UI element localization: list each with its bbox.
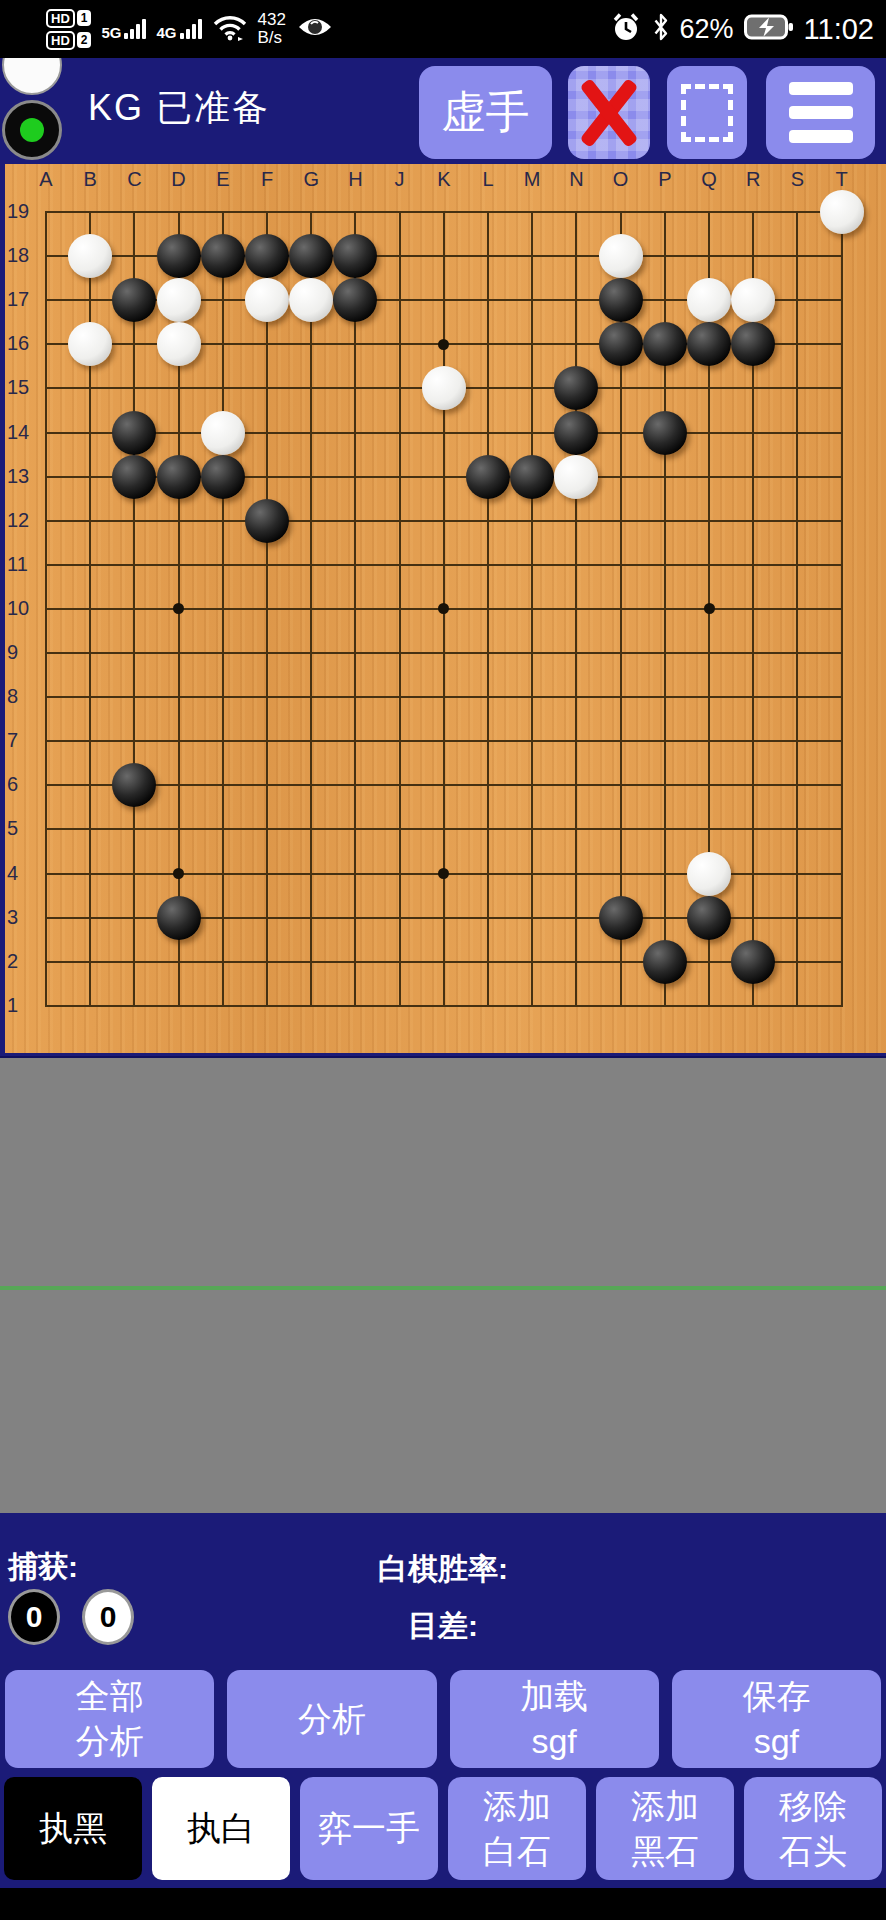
stone-black-N15[interactable] <box>554 366 598 410</box>
stone-white-D17[interactable] <box>157 278 201 322</box>
control-row-1: 全部分析分析加载sgf保存sgf <box>0 1670 886 1768</box>
row-label: 9 <box>7 641 39 664</box>
stone-white-N13[interactable] <box>554 455 598 499</box>
row-label: 18 <box>7 244 39 267</box>
row-label: 11 <box>7 553 39 576</box>
grid-line <box>45 740 843 742</box>
grid-line <box>45 961 843 963</box>
add-black-stone-button-label: 添加 <box>631 1784 699 1829</box>
stone-black-D3[interactable] <box>157 896 201 940</box>
grid-line <box>45 696 843 698</box>
column-label: M <box>517 168 547 191</box>
stone-white-G17[interactable] <box>289 278 333 322</box>
column-label: A <box>31 168 61 191</box>
star-point <box>173 868 184 879</box>
grid-line <box>45 784 843 786</box>
star-point <box>438 868 449 879</box>
hamburger-icon <box>789 106 853 119</box>
grid-line <box>45 1005 843 1007</box>
stone-black-C17[interactable] <box>112 278 156 322</box>
signal-4g: 4G <box>156 19 201 39</box>
column-label: J <box>385 168 415 191</box>
eye-icon <box>296 14 334 44</box>
column-label: C <box>119 168 149 191</box>
stone-white-O18[interactable] <box>599 234 643 278</box>
row-label: 4 <box>7 862 39 885</box>
selection-button[interactable] <box>667 66 747 159</box>
stone-black-M13[interactable] <box>510 455 554 499</box>
add-black-stone-button-label: 黑石 <box>631 1829 699 1874</box>
save-sgf-button-label: 保存 <box>742 1674 810 1719</box>
clear-board-button[interactable] <box>568 66 650 159</box>
menu-button[interactable] <box>766 66 875 159</box>
grid-line <box>45 564 843 566</box>
row-label: 17 <box>7 288 39 311</box>
column-label: R <box>738 168 768 191</box>
row-label: 6 <box>7 773 39 796</box>
column-label: L <box>473 168 503 191</box>
play-black-button-label: 执黑 <box>39 1806 107 1851</box>
column-label: D <box>164 168 194 191</box>
row-label: 15 <box>7 376 39 399</box>
analyze-button-label: 分析 <box>298 1697 366 1742</box>
signal-5g: 5G <box>101 19 146 39</box>
analysis-graph-panel <box>0 1056 886 1513</box>
row-label: 16 <box>7 332 39 355</box>
signal-bars-icon <box>124 19 146 39</box>
bluetooth-icon <box>652 12 670 46</box>
save-sgf-button-label: sgf <box>754 1719 799 1764</box>
row-label: 2 <box>7 950 39 973</box>
column-label: N <box>561 168 591 191</box>
alarm-icon <box>610 11 642 47</box>
sim2-badge: HD 2 <box>46 31 91 50</box>
stone-black-F12[interactable] <box>245 499 289 543</box>
load-sgf-button[interactable]: 加载sgf <box>450 1670 659 1768</box>
stone-black-N14[interactable] <box>554 411 598 455</box>
row-label: 10 <box>7 597 39 620</box>
remove-stone-button-label: 石头 <box>779 1829 847 1874</box>
grid-line <box>45 520 843 522</box>
status-bar: HD 1 HD 2 5G 4G <box>0 0 886 58</box>
play-one-move-button[interactable]: 弈一手 <box>300 1777 438 1880</box>
stone-black-D13[interactable] <box>157 455 201 499</box>
winrate-graph-baseline <box>0 1286 886 1290</box>
stone-black-P14[interactable] <box>643 411 687 455</box>
engine-status-title: KG 已准备 <box>88 84 270 133</box>
app-header: KG 已准备 虚手 <box>0 58 886 164</box>
row-label: 5 <box>7 817 39 840</box>
status-left-group: HD 1 HD 2 5G 4G <box>46 9 334 50</box>
star-point <box>438 339 449 350</box>
save-sgf-button[interactable]: 保存sgf <box>672 1670 881 1768</box>
stone-white-F17[interactable] <box>245 278 289 322</box>
row-label: 12 <box>7 509 39 532</box>
grid-line <box>45 652 843 654</box>
analyze-button[interactable]: 分析 <box>227 1670 436 1768</box>
stone-black-R2[interactable] <box>731 940 775 984</box>
stone-black-Q3[interactable] <box>687 896 731 940</box>
network-speed: 432 B/s <box>258 11 286 47</box>
row-label: 1 <box>7 994 39 1017</box>
add-white-stone-button-label: 白石 <box>483 1829 551 1874</box>
stone-black-O17[interactable] <box>599 278 643 322</box>
analyze-all-button[interactable]: 全部分析 <box>5 1670 214 1768</box>
stone-black-O16[interactable] <box>599 322 643 366</box>
board-left-edge <box>0 164 5 1053</box>
stone-black-P16[interactable] <box>643 322 687 366</box>
grid-line <box>45 211 843 213</box>
stone-black-G18[interactable] <box>289 234 333 278</box>
status-right-group: 62% 11:02 <box>610 11 874 47</box>
stone-white-D16[interactable] <box>157 322 201 366</box>
stone-white-T19[interactable] <box>820 190 864 234</box>
play-white-button[interactable]: 执白 <box>152 1777 290 1880</box>
sim1-badge: HD 1 <box>46 9 91 28</box>
hd1-icon: HD <box>46 9 75 28</box>
selection-dashed-icon <box>681 84 733 142</box>
column-label: S <box>782 168 812 191</box>
pass-button[interactable]: 虚手 <box>419 66 552 159</box>
battery-percent: 62% <box>680 14 734 45</box>
stone-black-C14[interactable] <box>112 411 156 455</box>
stone-black-E13[interactable] <box>201 455 245 499</box>
column-label: O <box>606 168 636 191</box>
navigation-bar-area <box>0 1888 886 1920</box>
stone-black-C13[interactable] <box>112 455 156 499</box>
grid-line <box>45 432 843 434</box>
wifi-icon <box>212 13 248 45</box>
add-white-stone-button[interactable]: 添加白石 <box>448 1777 586 1880</box>
stone-white-K15[interactable] <box>422 366 466 410</box>
active-turn-dot <box>20 118 44 142</box>
grid-line <box>45 828 843 830</box>
stone-black-H18[interactable] <box>333 234 377 278</box>
sim-badges: HD 1 HD 2 <box>46 9 91 50</box>
stone-white-R17[interactable] <box>731 278 775 322</box>
column-label: E <box>208 168 238 191</box>
stone-black-D18[interactable] <box>157 234 201 278</box>
column-label: G <box>296 168 326 191</box>
row-label: 19 <box>7 200 39 223</box>
stone-black-F18[interactable] <box>245 234 289 278</box>
stone-black-R16[interactable] <box>731 322 775 366</box>
row-label: 3 <box>7 906 39 929</box>
play-black-button[interactable]: 执黑 <box>4 1777 142 1880</box>
play-one-move-button-label: 弈一手 <box>318 1806 420 1851</box>
stone-black-E18[interactable] <box>201 234 245 278</box>
white-winrate-label: 白棋胜率: <box>0 1549 886 1590</box>
column-label: Q <box>694 168 724 191</box>
stone-black-L13[interactable] <box>466 455 510 499</box>
hamburger-icon <box>789 82 853 95</box>
clock-time: 11:02 <box>804 13 874 46</box>
column-label: H <box>340 168 370 191</box>
black-turn-indicator <box>2 100 62 160</box>
stone-black-O3[interactable] <box>599 896 643 940</box>
analyze-all-button-label: 全部 <box>76 1674 144 1719</box>
hamburger-icon <box>789 130 853 143</box>
add-black-stone-button[interactable]: 添加黑石 <box>596 1777 734 1880</box>
star-point <box>438 603 449 614</box>
row-label: 13 <box>7 465 39 488</box>
hd2-icon: HD <box>46 31 75 50</box>
stone-white-E14[interactable] <box>201 411 245 455</box>
go-board[interactable]: ABCDEFGHJKLMNOPQRST191817161514131211109… <box>0 164 886 1053</box>
stone-black-P2[interactable] <box>643 940 687 984</box>
column-label: F <box>252 168 282 191</box>
stone-white-Q17[interactable] <box>687 278 731 322</box>
star-point <box>173 603 184 614</box>
column-label: K <box>429 168 459 191</box>
stone-white-B16[interactable] <box>68 322 112 366</box>
play-white-button-label: 执白 <box>187 1806 255 1851</box>
load-sgf-button-label: sgf <box>531 1719 576 1764</box>
info-panel: 捕获: 0 0 白棋胜率: 目差: <box>0 1513 886 1670</box>
column-label: T <box>827 168 857 191</box>
white-turn-indicator <box>2 58 62 95</box>
column-label: B <box>75 168 105 191</box>
remove-stone-button-label: 移除 <box>779 1784 847 1829</box>
score-diff-label: 目差: <box>0 1606 886 1647</box>
stone-black-H17[interactable] <box>333 278 377 322</box>
row-label: 8 <box>7 685 39 708</box>
signal-bars-icon <box>180 19 202 39</box>
row-label: 7 <box>7 729 39 752</box>
row-label: 14 <box>7 421 39 444</box>
stone-white-Q4[interactable] <box>687 852 731 896</box>
analyze-all-button-label: 分析 <box>76 1719 144 1764</box>
control-row-2: 执黑执白弈一手添加白石添加黑石移除石头 <box>0 1777 886 1880</box>
remove-stone-button[interactable]: 移除石头 <box>744 1777 882 1880</box>
battery-charging-icon <box>744 13 794 45</box>
stone-white-B18[interactable] <box>68 234 112 278</box>
column-label: P <box>650 168 680 191</box>
star-point <box>704 603 715 614</box>
load-sgf-button-label: 加载 <box>520 1674 588 1719</box>
stone-black-Q16[interactable] <box>687 322 731 366</box>
app-screen: HD 1 HD 2 5G 4G <box>0 0 886 1920</box>
add-white-stone-button-label: 添加 <box>483 1784 551 1829</box>
stone-black-C6[interactable] <box>112 763 156 807</box>
